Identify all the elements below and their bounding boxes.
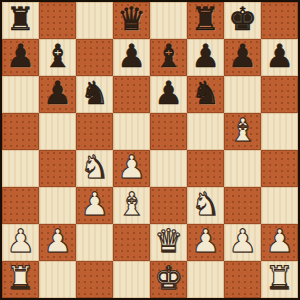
chess-board: ♜♛♜♚♟♝♟♝♟♟♟♟♞♟♞♝♞♟♟♝♞♟♟♛♟♟♟♜♚♜ xyxy=(2,2,298,298)
piece-white-knight: ♞ xyxy=(80,150,109,186)
square-c1[interactable] xyxy=(76,261,113,298)
square-d8[interactable]: ♛ xyxy=(113,2,150,39)
square-b4[interactable] xyxy=(39,150,76,187)
square-h7[interactable]: ♟ xyxy=(261,39,298,76)
square-g1[interactable] xyxy=(224,261,261,298)
square-a2[interactable]: ♟ xyxy=(2,224,39,261)
piece-white-pawn: ♟ xyxy=(191,224,220,260)
square-g2[interactable]: ♟ xyxy=(224,224,261,261)
piece-black-rook: ♜ xyxy=(6,2,35,38)
square-b7[interactable]: ♝ xyxy=(39,39,76,76)
piece-white-rook: ♜ xyxy=(6,261,35,297)
piece-black-pawn: ♟ xyxy=(117,39,146,75)
square-c4[interactable]: ♞ xyxy=(76,150,113,187)
square-e1[interactable]: ♚ xyxy=(150,261,187,298)
square-a4[interactable] xyxy=(2,150,39,187)
piece-black-pawn: ♟ xyxy=(191,39,220,75)
square-d6[interactable] xyxy=(113,76,150,113)
square-h1[interactable]: ♜ xyxy=(261,261,298,298)
piece-white-pawn: ♟ xyxy=(117,150,146,186)
square-b8[interactable] xyxy=(39,2,76,39)
piece-black-bishop: ♝ xyxy=(43,39,72,75)
square-a5[interactable] xyxy=(2,113,39,150)
piece-black-rook: ♜ xyxy=(191,2,220,38)
square-d5[interactable] xyxy=(113,113,150,150)
piece-white-pawn: ♟ xyxy=(43,224,72,260)
piece-black-queen: ♛ xyxy=(117,2,146,38)
piece-black-pawn: ♟ xyxy=(154,76,183,112)
square-g3[interactable] xyxy=(224,187,261,224)
square-d2[interactable] xyxy=(113,224,150,261)
square-c2[interactable] xyxy=(76,224,113,261)
piece-black-pawn: ♟ xyxy=(265,39,294,75)
piece-black-bishop: ♝ xyxy=(154,39,183,75)
square-a7[interactable]: ♟ xyxy=(2,39,39,76)
square-f3[interactable]: ♞ xyxy=(187,187,224,224)
piece-white-pawn: ♟ xyxy=(6,224,35,260)
square-e7[interactable]: ♝ xyxy=(150,39,187,76)
square-f1[interactable] xyxy=(187,261,224,298)
piece-white-pawn: ♟ xyxy=(80,187,109,223)
square-a3[interactable] xyxy=(2,187,39,224)
piece-white-bishop: ♝ xyxy=(228,113,257,149)
piece-white-king: ♚ xyxy=(154,261,183,297)
piece-white-bishop: ♝ xyxy=(117,187,146,223)
square-a6[interactable] xyxy=(2,76,39,113)
square-d4[interactable]: ♟ xyxy=(113,150,150,187)
piece-black-pawn: ♟ xyxy=(43,76,72,112)
square-g6[interactable] xyxy=(224,76,261,113)
piece-white-queen: ♛ xyxy=(154,224,183,260)
square-e4[interactable] xyxy=(150,150,187,187)
square-b5[interactable] xyxy=(39,113,76,150)
square-d1[interactable] xyxy=(113,261,150,298)
square-f2[interactable]: ♟ xyxy=(187,224,224,261)
square-b6[interactable]: ♟ xyxy=(39,76,76,113)
square-c8[interactable] xyxy=(76,2,113,39)
square-c7[interactable] xyxy=(76,39,113,76)
piece-white-knight: ♞ xyxy=(191,187,220,223)
piece-black-knight: ♞ xyxy=(191,76,220,112)
square-f5[interactable] xyxy=(187,113,224,150)
square-g5[interactable]: ♝ xyxy=(224,113,261,150)
piece-white-rook: ♜ xyxy=(265,261,294,297)
chess-board-frame: ♜♛♜♚♟♝♟♝♟♟♟♟♞♟♞♝♞♟♟♝♞♟♟♛♟♟♟♜♚♜ xyxy=(0,0,300,300)
square-e5[interactable] xyxy=(150,113,187,150)
square-h4[interactable] xyxy=(261,150,298,187)
square-c5[interactable] xyxy=(76,113,113,150)
piece-black-king: ♚ xyxy=(228,2,257,38)
square-h8[interactable] xyxy=(261,2,298,39)
square-a1[interactable]: ♜ xyxy=(2,261,39,298)
square-g7[interactable]: ♟ xyxy=(224,39,261,76)
square-h5[interactable] xyxy=(261,113,298,150)
square-d3[interactable]: ♝ xyxy=(113,187,150,224)
square-f7[interactable]: ♟ xyxy=(187,39,224,76)
piece-white-pawn: ♟ xyxy=(228,224,257,260)
square-g8[interactable]: ♚ xyxy=(224,2,261,39)
square-f8[interactable]: ♜ xyxy=(187,2,224,39)
square-e3[interactable] xyxy=(150,187,187,224)
piece-black-pawn: ♟ xyxy=(228,39,257,75)
square-e6[interactable]: ♟ xyxy=(150,76,187,113)
square-h2[interactable]: ♟ xyxy=(261,224,298,261)
square-a8[interactable]: ♜ xyxy=(2,2,39,39)
square-b3[interactable] xyxy=(39,187,76,224)
square-b1[interactable] xyxy=(39,261,76,298)
piece-black-pawn: ♟ xyxy=(6,39,35,75)
square-d7[interactable]: ♟ xyxy=(113,39,150,76)
square-g4[interactable] xyxy=(224,150,261,187)
square-c6[interactable]: ♞ xyxy=(76,76,113,113)
square-e8[interactable] xyxy=(150,2,187,39)
square-f4[interactable] xyxy=(187,150,224,187)
square-c3[interactable]: ♟ xyxy=(76,187,113,224)
piece-white-pawn: ♟ xyxy=(265,224,294,260)
square-e2[interactable]: ♛ xyxy=(150,224,187,261)
piece-black-knight: ♞ xyxy=(80,76,109,112)
square-f6[interactable]: ♞ xyxy=(187,76,224,113)
square-h6[interactable] xyxy=(261,76,298,113)
square-b2[interactable]: ♟ xyxy=(39,224,76,261)
square-h3[interactable] xyxy=(261,187,298,224)
